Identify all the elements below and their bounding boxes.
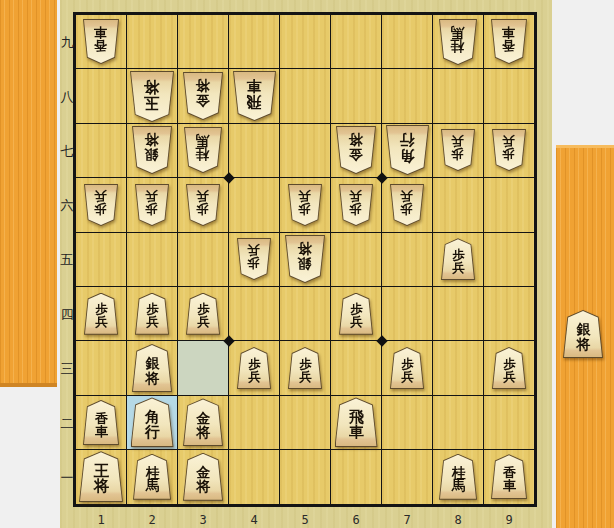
cell-1四[interactable]: 歩兵 [76,287,126,340]
cell-2五[interactable] [127,233,177,286]
cell-2八[interactable]: 玉将 [127,69,177,122]
shogi-piece-桂馬-opponent[interactable]: 桂馬 [184,127,222,173]
cell-2三[interactable]: 銀将 [127,341,177,394]
cell-5八[interactable] [280,69,330,122]
move-target-square[interactable] [178,341,228,394]
cell-9二[interactable] [484,396,534,449]
cell-2九[interactable] [127,15,177,68]
cell-6七[interactable]: 金将 [331,124,381,177]
cell-4八[interactable]: 飛車 [229,69,279,122]
cell-5四[interactable] [280,287,330,340]
cell-6一[interactable] [331,450,381,503]
piece-kanji: 歩兵 [84,184,118,226]
cell-9七[interactable]: 歩兵 [484,124,534,177]
cell-9五[interactable] [484,233,534,286]
cell-7九[interactable] [382,15,432,68]
shogi-piece-歩兵[interactable]: 歩兵 [339,293,373,335]
cell-5九[interactable] [280,15,330,68]
cell-6八[interactable] [331,69,381,122]
piece-kanji: 香車 [83,19,119,64]
piece-kanji: 飛車 [335,397,378,447]
cell-3六[interactable]: 歩兵 [178,178,228,231]
piece-kanji: 歩兵 [441,238,475,280]
piece-kanji: 桂馬 [184,127,222,173]
cell-2六[interactable]: 歩兵 [127,178,177,231]
cell-7八[interactable] [382,69,432,122]
shogi-piece-桂馬-opponent[interactable]: 桂馬 [439,19,477,65]
piece-kanji: 金将 [183,453,223,501]
file-label-9: 9 [499,513,519,527]
cell-3五[interactable] [178,233,228,286]
rank-label-七: 七 [60,145,74,158]
cell-9四[interactable] [484,287,534,340]
shogi-piece-歩兵-opponent[interactable]: 歩兵 [339,184,373,226]
cell-4六[interactable] [229,178,279,231]
shogi-piece-飛車[interactable]: 飛車 [335,397,378,447]
rank-label-六: 六 [60,199,74,212]
shogi-piece-歩兵-opponent[interactable]: 歩兵 [84,184,118,226]
cell-1三[interactable] [76,341,126,394]
cell-8六[interactable] [433,178,483,231]
shogi-piece-玉将-opponent[interactable]: 玉将 [130,71,174,122]
cell-1七[interactable] [76,124,126,177]
piece-kanji: 飛車 [233,71,276,121]
shogi-piece-銀将-opponent[interactable]: 銀将 [285,235,325,283]
cell-7七[interactable]: 角行 [382,124,432,177]
cell-2一[interactable]: 桂馬 [127,450,177,503]
shogi-piece-金将-opponent[interactable]: 金将 [183,72,223,120]
piece-kanji: 歩兵 [186,184,220,226]
cell-9一[interactable]: 香車 [484,450,534,503]
piece-kanji: 歩兵 [84,293,118,335]
shogi-piece-桂馬[interactable]: 桂馬 [439,454,477,500]
piece-kanji: 桂馬 [133,454,171,500]
cell-5七[interactable] [280,124,330,177]
piece-kanji: 銀将 [285,235,325,283]
shogi-piece-香車-opponent[interactable]: 香車 [83,19,119,64]
piece-kanji: 金将 [336,126,376,174]
shogi-piece-金将-opponent[interactable]: 金将 [336,126,376,174]
shogi-piece-金将[interactable]: 金将 [183,453,223,501]
file-label-5: 5 [295,513,315,527]
cell-8九[interactable]: 桂馬 [433,15,483,68]
cell-7二[interactable] [382,396,432,449]
cell-8四[interactable] [433,287,483,340]
piece-kanji: 玉将 [130,71,174,122]
cell-8二[interactable] [433,396,483,449]
file-label-2: 2 [142,513,162,527]
cell-4五[interactable]: 歩兵 [229,233,279,286]
piece-kanji: 桂馬 [439,19,477,65]
cell-9三[interactable]: 歩兵 [484,341,534,394]
piece-kanji: 歩兵 [135,293,169,335]
shogi-piece-王将[interactable]: 王将 [79,451,123,502]
cell-2七[interactable]: 銀将 [127,124,177,177]
piece-kanji: 歩兵 [492,129,526,171]
cell-8七[interactable]: 歩兵 [433,124,483,177]
cell-8五[interactable]: 歩兵 [433,233,483,286]
shogi-piece-歩兵-opponent[interactable]: 歩兵 [390,184,424,226]
cell-3八[interactable]: 金将 [178,69,228,122]
shogi-app: { "game": "shogi", "view": "9x9 board se… [0,0,614,528]
cell-7三[interactable]: 歩兵 [382,341,432,394]
cell-1二[interactable]: 香車 [76,396,126,449]
piece-kanji: 香車 [83,400,119,445]
cell-4一[interactable] [229,450,279,503]
piece-kanji: 歩兵 [186,293,220,335]
piece-kanji: 角行 [386,125,429,175]
cell-7一[interactable] [382,450,432,503]
cell-7五[interactable] [382,233,432,286]
cell-4九[interactable] [229,15,279,68]
cell-4四[interactable] [229,287,279,340]
cell-7六[interactable]: 歩兵 [382,178,432,231]
piece-kanji: 金将 [183,72,223,120]
shogi-piece-歩兵[interactable]: 歩兵 [186,293,220,335]
cell-1九[interactable]: 香車 [76,15,126,68]
rank-label-九: 九 [60,36,74,49]
shogi-piece-歩兵[interactable]: 歩兵 [492,347,526,389]
cell-3一[interactable]: 金将 [178,450,228,503]
cell-5二[interactable] [280,396,330,449]
shogi-piece-歩兵-opponent[interactable]: 歩兵 [135,184,169,226]
cell-5六[interactable]: 歩兵 [280,178,330,231]
piece-kanji: 王将 [79,451,123,502]
shogi-piece-歩兵[interactable]: 歩兵 [237,347,271,389]
cell-5三[interactable]: 歩兵 [280,341,330,394]
piece-kanji: 歩兵 [339,293,373,335]
file-label-3: 3 [193,513,213,527]
file-label-1: 1 [91,513,111,527]
cell-3四[interactable]: 歩兵 [178,287,228,340]
shogi-piece-歩兵-opponent[interactable]: 歩兵 [186,184,220,226]
cell-9八[interactable] [484,69,534,122]
shogi-piece-香車-opponent[interactable]: 香車 [491,19,527,64]
piece-kanji: 金将 [183,398,223,446]
shogi-piece-歩兵[interactable]: 歩兵 [441,238,475,280]
piece-kanji: 銀将 [132,344,172,392]
shogi-piece-香車[interactable]: 香車 [83,400,119,445]
cell-5五[interactable]: 銀将 [280,233,330,286]
file-label-7: 7 [397,513,417,527]
rank-label-四: 四 [60,308,74,321]
shogi-piece-桂馬[interactable]: 桂馬 [133,454,171,500]
cell-1五[interactable] [76,233,126,286]
piece-kanji: 歩兵 [135,184,169,226]
shogi-piece-歩兵[interactable]: 歩兵 [390,347,424,389]
shogi-piece-銀将[interactable]: 銀将 [132,344,172,392]
piece-kanji: 歩兵 [237,347,271,389]
rank-label-二: 二 [60,417,74,430]
cell-7四[interactable] [382,287,432,340]
cell-8三[interactable] [433,341,483,394]
cell-2四[interactable]: 歩兵 [127,287,177,340]
cell-8一[interactable]: 桂馬 [433,450,483,503]
cell-6九[interactable] [331,15,381,68]
file-label-4: 4 [244,513,264,527]
cell-3二[interactable]: 金将 [178,396,228,449]
shogi-board: 香車桂馬香車玉将金将飛車銀将桂馬金将角行歩兵歩兵歩兵歩兵歩兵歩兵歩兵歩兵歩兵銀将… [73,12,537,507]
piece-kanji: 銀将 [132,126,172,174]
shogi-piece-角行[interactable]: 角行 [131,397,174,447]
rank-label-八: 八 [60,90,74,103]
rank-label-一: 一 [60,471,74,484]
shogi-piece-角行-opponent[interactable]: 角行 [386,125,429,175]
cell-9六[interactable] [484,178,534,231]
shogi-piece-歩兵-opponent[interactable]: 歩兵 [441,129,475,171]
piece-kanji: 歩兵 [339,184,373,226]
piece-kanji: 角行 [131,397,174,447]
piece-kanji: 桂馬 [439,454,477,500]
cell-8八[interactable] [433,69,483,122]
rank-label-五: 五 [60,253,74,266]
selected-piece-square[interactable]: 角行 [127,396,177,449]
shogi-piece-歩兵[interactable]: 歩兵 [288,347,322,389]
piece-kanji: 香車 [491,19,527,64]
shogi-piece-歩兵[interactable]: 歩兵 [84,293,118,335]
file-label-6: 6 [346,513,366,527]
cell-6三[interactable] [331,341,381,394]
cell-1八[interactable] [76,69,126,122]
piece-kanji: 歩兵 [237,238,271,280]
bottom-player-piece-stand: 銀将 [556,145,614,528]
shogi-piece-飛車-opponent[interactable]: 飛車 [233,71,276,121]
cell-4七[interactable] [229,124,279,177]
top-player-piece-stand [0,0,57,387]
shogi-piece-歩兵-opponent[interactable]: 歩兵 [237,238,271,280]
shogi-piece-歩兵-opponent[interactable]: 歩兵 [288,184,322,226]
piece-kanji: 歩兵 [492,347,526,389]
rank-label-三: 三 [60,362,74,375]
cell-6六[interactable]: 歩兵 [331,178,381,231]
cell-6四[interactable]: 歩兵 [331,287,381,340]
piece-kanji: 香車 [491,454,527,499]
piece-kanji: 歩兵 [390,184,424,226]
shogi-piece-銀将-opponent[interactable]: 銀将 [132,126,172,174]
cell-6五[interactable] [331,233,381,286]
cell-1一[interactable]: 王将 [76,450,126,503]
cell-9九[interactable]: 香車 [484,15,534,68]
piece-kanji: 歩兵 [390,347,424,389]
cell-3九[interactable] [178,15,228,68]
cell-3七[interactable]: 桂馬 [178,124,228,177]
shogi-piece-歩兵-opponent[interactable]: 歩兵 [492,129,526,171]
cell-1六[interactable]: 歩兵 [76,178,126,231]
piece-kanji: 歩兵 [288,184,322,226]
cell-4二[interactable] [229,396,279,449]
file-label-8: 8 [448,513,468,527]
shogi-piece-歩兵[interactable]: 歩兵 [135,293,169,335]
cell-4三[interactable]: 歩兵 [229,341,279,394]
piece-kanji: 歩兵 [441,129,475,171]
shogi-piece-金将[interactable]: 金将 [183,398,223,446]
cell-5一[interactable] [280,450,330,503]
piece-kanji: 銀将 [563,310,603,358]
piece-kanji: 歩兵 [288,347,322,389]
shogi-piece-香車[interactable]: 香車 [491,454,527,499]
hand-piece-銀将[interactable]: 銀将 [563,310,603,358]
cell-6二[interactable]: 飛車 [331,396,381,449]
